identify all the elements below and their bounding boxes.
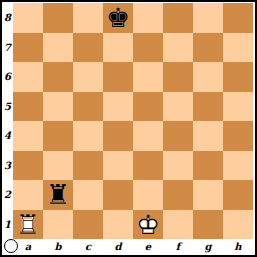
square-f8[interactable]	[163, 3, 193, 33]
file-label-c: c	[73, 239, 103, 254]
rank-labels: 87654321	[2, 3, 13, 239]
square-f2[interactable]	[163, 180, 193, 210]
square-a1[interactable]: ♜♖	[13, 210, 43, 240]
square-a7[interactable]	[13, 33, 43, 63]
square-c8[interactable]	[73, 3, 103, 33]
square-d6[interactable]	[103, 62, 133, 92]
square-b1[interactable]	[43, 210, 73, 240]
white-rook[interactable]: ♜♖	[13, 210, 43, 240]
square-e8[interactable]	[133, 3, 163, 33]
square-d5[interactable]	[103, 92, 133, 122]
square-a8[interactable]	[13, 3, 43, 33]
square-c4[interactable]	[73, 121, 103, 151]
square-c6[interactable]	[73, 62, 103, 92]
square-a2[interactable]	[13, 180, 43, 210]
black-rook[interactable]: ♜	[43, 180, 73, 210]
square-d4[interactable]	[103, 121, 133, 151]
rank-label-2: 2	[2, 180, 13, 210]
square-g3[interactable]	[193, 151, 223, 181]
rank-label-8: 8	[2, 3, 13, 33]
rank-label-7: 7	[2, 33, 13, 63]
square-b7[interactable]	[43, 33, 73, 63]
rank-label-6: 6	[2, 62, 13, 92]
square-a3[interactable]	[13, 151, 43, 181]
square-e7[interactable]	[133, 33, 163, 63]
rank-label-5: 5	[2, 92, 13, 122]
square-h4[interactable]	[223, 121, 253, 151]
white-rook-outline: ♖	[13, 210, 43, 240]
file-label-e: e	[133, 239, 163, 254]
square-g4[interactable]	[193, 121, 223, 151]
square-e2[interactable]	[133, 180, 163, 210]
square-e1[interactable]: ♚♔	[133, 210, 163, 240]
square-h6[interactable]	[223, 62, 253, 92]
square-b3[interactable]	[43, 151, 73, 181]
file-labels: abcdefgh	[13, 239, 253, 254]
square-e4[interactable]	[133, 121, 163, 151]
square-d1[interactable]	[103, 210, 133, 240]
square-h5[interactable]	[223, 92, 253, 122]
square-g1[interactable]	[193, 210, 223, 240]
square-h2[interactable]	[223, 180, 253, 210]
square-g2[interactable]	[193, 180, 223, 210]
white-king[interactable]: ♚♔	[133, 210, 163, 240]
square-a6[interactable]	[13, 62, 43, 92]
file-label-b: b	[43, 239, 73, 254]
square-h3[interactable]	[223, 151, 253, 181]
white-king-outline: ♔	[133, 210, 163, 240]
square-b5[interactable]	[43, 92, 73, 122]
square-g5[interactable]	[193, 92, 223, 122]
rank-label-3: 3	[2, 151, 13, 181]
square-b6[interactable]	[43, 62, 73, 92]
square-f3[interactable]	[163, 151, 193, 181]
square-c3[interactable]	[73, 151, 103, 181]
square-d2[interactable]	[103, 180, 133, 210]
square-c2[interactable]	[73, 180, 103, 210]
square-c1[interactable]	[73, 210, 103, 240]
square-e3[interactable]	[133, 151, 163, 181]
square-d8[interactable]: ♚	[103, 3, 133, 33]
square-c5[interactable]	[73, 92, 103, 122]
square-b2[interactable]: ♜	[43, 180, 73, 210]
square-d3[interactable]	[103, 151, 133, 181]
square-f5[interactable]	[163, 92, 193, 122]
chess-board: ♚♜♜♖♚♔	[13, 3, 253, 239]
white-to-move-indicator	[4, 239, 18, 253]
square-e6[interactable]	[133, 62, 163, 92]
square-g8[interactable]	[193, 3, 223, 33]
black-king[interactable]: ♚	[103, 3, 133, 33]
file-label-d: d	[103, 239, 133, 254]
square-b8[interactable]	[43, 3, 73, 33]
file-label-f: f	[163, 239, 193, 254]
square-h1[interactable]	[223, 210, 253, 240]
square-b4[interactable]	[43, 121, 73, 151]
square-d7[interactable]	[103, 33, 133, 63]
square-e5[interactable]	[133, 92, 163, 122]
square-f1[interactable]	[163, 210, 193, 240]
square-f4[interactable]	[163, 121, 193, 151]
file-label-h: h	[223, 239, 253, 254]
square-f7[interactable]	[163, 33, 193, 63]
square-g7[interactable]	[193, 33, 223, 63]
chess-diagram: 87654321 ♚♜♜♖♚♔ abcdefgh	[0, 0, 257, 257]
square-f6[interactable]	[163, 62, 193, 92]
square-c7[interactable]	[73, 33, 103, 63]
rank-label-1: 1	[2, 210, 13, 240]
square-g6[interactable]	[193, 62, 223, 92]
square-h7[interactable]	[223, 33, 253, 63]
square-a5[interactable]	[13, 92, 43, 122]
rank-label-4: 4	[2, 121, 13, 151]
square-h8[interactable]	[223, 3, 253, 33]
square-a4[interactable]	[13, 121, 43, 151]
file-label-g: g	[193, 239, 223, 254]
